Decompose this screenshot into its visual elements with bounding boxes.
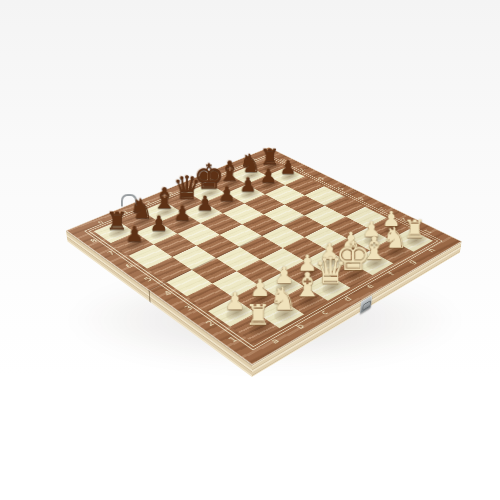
board-grid: ♜♞♝♛♚♝♞♜♟♟♟♟♟♟♟♟♟♟♟♟♟♟♟♟♜♞♝♛♚♝♞♜ xyxy=(94,158,433,343)
rook-icon: ♜ xyxy=(232,300,283,329)
chess-board: 8877665544332211aabbccddeeffgghh ♜♞♝♛♚♝♞… xyxy=(66,147,462,365)
scene: 8877665544332211aabbccddeeffgghh ♜♞♝♛♚♝♞… xyxy=(0,0,500,500)
pawn-icon: ♟ xyxy=(112,224,157,245)
board-surface: 8877665544332211aabbccddeeffgghh ♜♞♝♛♚♝♞… xyxy=(66,147,462,365)
square-e4[interactable] xyxy=(262,226,304,249)
product-photo-stage: 8877665544332211aabbccddeeffgghh ♜♞♝♛♚♝♞… xyxy=(0,0,500,500)
square-b4[interactable] xyxy=(192,258,237,283)
square-a1[interactable]: ♜ xyxy=(230,313,279,343)
